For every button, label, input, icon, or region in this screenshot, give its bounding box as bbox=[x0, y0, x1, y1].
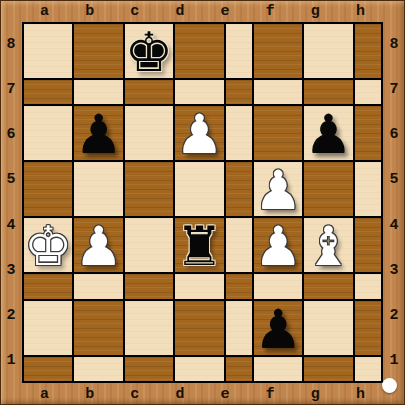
square-c1[interactable] bbox=[125, 357, 173, 381]
square-b7[interactable] bbox=[74, 80, 122, 104]
square-f6[interactable] bbox=[254, 106, 302, 160]
square-a4[interactable]: ♚ bbox=[24, 218, 72, 272]
rank-label-right-8: 8 bbox=[383, 22, 405, 67]
square-c5[interactable] bbox=[125, 162, 173, 216]
square-h1[interactable] bbox=[355, 357, 381, 381]
square-d5[interactable] bbox=[175, 162, 223, 216]
black-pawn[interactable]: ♟ bbox=[304, 108, 352, 162]
file-label-top-d: d bbox=[157, 0, 202, 22]
rank-label-right-2: 2 bbox=[383, 293, 405, 338]
square-a8[interactable] bbox=[24, 24, 72, 78]
rank-label-left-2: 2 bbox=[0, 293, 22, 338]
file-label-bottom-c: c bbox=[112, 383, 157, 405]
rank-label-left-7: 7 bbox=[0, 67, 22, 112]
file-label-top-g: g bbox=[293, 0, 338, 22]
white-pawn[interactable]: ♟ bbox=[254, 164, 302, 218]
square-c6[interactable] bbox=[125, 106, 173, 160]
file-label-top-b: b bbox=[67, 0, 112, 22]
white-pawn[interactable]: ♟ bbox=[175, 108, 223, 162]
white-king[interactable]: ♚ bbox=[24, 220, 72, 274]
square-c3[interactable] bbox=[125, 274, 173, 298]
black-pawn[interactable]: ♟ bbox=[74, 108, 122, 162]
square-a5[interactable] bbox=[24, 162, 72, 216]
square-h3[interactable] bbox=[355, 274, 381, 298]
square-g8[interactable] bbox=[304, 24, 352, 78]
square-d4[interactable]: ♜ bbox=[175, 218, 223, 272]
square-g7[interactable] bbox=[304, 80, 352, 104]
file-label-bottom-h: h bbox=[338, 383, 383, 405]
rank-label-left-8: 8 bbox=[0, 22, 22, 67]
white-pawn[interactable]: ♟ bbox=[254, 220, 302, 274]
square-b1[interactable] bbox=[74, 357, 122, 381]
square-f7[interactable] bbox=[254, 80, 302, 104]
square-e4[interactable] bbox=[226, 218, 252, 272]
square-d8[interactable] bbox=[175, 24, 223, 78]
square-e3[interactable] bbox=[226, 274, 252, 298]
square-g5[interactable] bbox=[304, 162, 352, 216]
white-pawn[interactable]: ♟ bbox=[74, 220, 122, 274]
file-label-bottom-e: e bbox=[203, 383, 248, 405]
white-bishop[interactable]: ♝ bbox=[304, 220, 352, 274]
rank-label-left-6: 6 bbox=[0, 112, 22, 157]
file-label-top-e: e bbox=[203, 0, 248, 22]
file-label-top-c: c bbox=[112, 0, 157, 22]
rank-label-right-4: 4 bbox=[383, 203, 405, 248]
square-g2[interactable] bbox=[304, 301, 352, 355]
white-to-move-indicator bbox=[382, 378, 397, 393]
file-label-top-a: a bbox=[22, 0, 67, 22]
square-d7[interactable] bbox=[175, 80, 223, 104]
square-f8[interactable] bbox=[254, 24, 302, 78]
square-c4[interactable] bbox=[125, 218, 173, 272]
rank-labels-left: 87654321 bbox=[0, 22, 22, 383]
square-f4[interactable]: ♟ bbox=[254, 218, 302, 272]
file-label-bottom-g: g bbox=[293, 383, 338, 405]
black-rook[interactable]: ♜ bbox=[175, 220, 223, 274]
square-h6[interactable] bbox=[355, 106, 381, 160]
square-g6[interactable]: ♟ bbox=[304, 106, 352, 160]
file-label-bottom-a: a bbox=[22, 383, 67, 405]
file-labels-bottom: abcdefgh bbox=[22, 383, 383, 405]
square-b4[interactable]: ♟ bbox=[74, 218, 122, 272]
square-h7[interactable] bbox=[355, 80, 381, 104]
file-labels-top: abcdefgh bbox=[22, 0, 383, 22]
rank-label-left-3: 3 bbox=[0, 248, 22, 293]
rank-label-right-1: 1 bbox=[383, 338, 405, 383]
rank-label-right-7: 7 bbox=[383, 67, 405, 112]
black-king[interactable]: ♚ bbox=[125, 26, 173, 80]
rank-label-left-1: 1 bbox=[0, 338, 22, 383]
file-label-top-f: f bbox=[248, 0, 293, 22]
square-g1[interactable] bbox=[304, 357, 352, 381]
square-a7[interactable] bbox=[24, 80, 72, 104]
square-g4[interactable]: ♝ bbox=[304, 218, 352, 272]
square-d2[interactable] bbox=[175, 301, 223, 355]
rank-label-right-6: 6 bbox=[383, 112, 405, 157]
square-h2[interactable] bbox=[355, 301, 381, 355]
rank-label-right-3: 3 bbox=[383, 248, 405, 293]
square-b2[interactable] bbox=[74, 301, 122, 355]
square-e5[interactable] bbox=[226, 162, 252, 216]
square-f2[interactable]: ♟ bbox=[254, 301, 302, 355]
square-e7[interactable] bbox=[226, 80, 252, 104]
square-d1[interactable] bbox=[175, 357, 223, 381]
file-label-top-h: h bbox=[338, 0, 383, 22]
square-e1[interactable] bbox=[226, 357, 252, 381]
square-c2[interactable] bbox=[125, 301, 173, 355]
square-b5[interactable] bbox=[74, 162, 122, 216]
square-h8[interactable] bbox=[355, 24, 381, 78]
square-a6[interactable] bbox=[24, 106, 72, 160]
square-e8[interactable] bbox=[226, 24, 252, 78]
file-label-bottom-b: b bbox=[67, 383, 112, 405]
rank-labels-right: 87654321 bbox=[383, 22, 405, 383]
square-h4[interactable] bbox=[355, 218, 381, 272]
square-a2[interactable] bbox=[24, 301, 72, 355]
square-e6[interactable] bbox=[226, 106, 252, 160]
square-h5[interactable] bbox=[355, 162, 381, 216]
square-d6[interactable]: ♟ bbox=[175, 106, 223, 160]
square-c8[interactable]: ♚ bbox=[125, 24, 173, 78]
rank-label-right-5: 5 bbox=[383, 157, 405, 202]
square-a1[interactable] bbox=[24, 357, 72, 381]
file-label-bottom-d: d bbox=[157, 383, 202, 405]
black-pawn[interactable]: ♟ bbox=[254, 303, 302, 357]
square-b6[interactable]: ♟ bbox=[74, 106, 122, 160]
square-f5[interactable]: ♟ bbox=[254, 162, 302, 216]
rank-label-left-5: 5 bbox=[0, 157, 22, 202]
square-b8[interactable] bbox=[74, 24, 122, 78]
square-e2[interactable] bbox=[226, 301, 252, 355]
board-grid: ♚♟♟♟♟♚♟♜♟♝♟ bbox=[22, 22, 383, 383]
chess-board-frame: abcdefgh abcdefgh 87654321 87654321 ♚♟♟♟… bbox=[0, 0, 405, 405]
file-label-bottom-f: f bbox=[248, 383, 293, 405]
rank-label-left-4: 4 bbox=[0, 203, 22, 248]
